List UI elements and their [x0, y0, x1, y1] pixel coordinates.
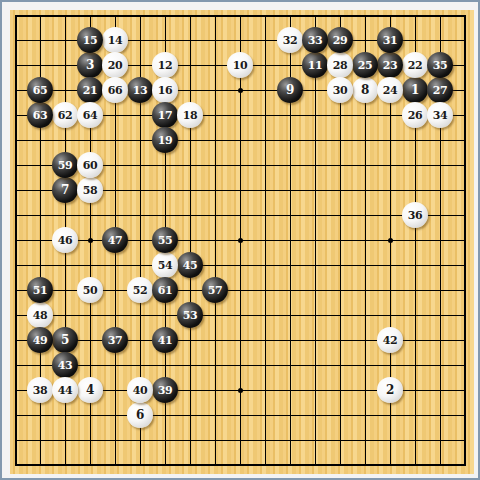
stone-black-49[interactable]: 49: [27, 327, 53, 353]
stone-white-28[interactable]: 28: [327, 52, 353, 78]
stone-black-9[interactable]: 9: [277, 77, 303, 103]
grid-line-horizontal: [15, 315, 466, 316]
stone-black-29[interactable]: 29: [327, 27, 353, 53]
stone-white-34[interactable]: 34: [427, 102, 453, 128]
stone-white-18[interactable]: 18: [177, 102, 203, 128]
stone-black-1[interactable]: 1: [402, 77, 428, 103]
stone-white-26[interactable]: 26: [402, 102, 428, 128]
grid-line-horizontal: [15, 464, 466, 466]
stone-black-17[interactable]: 17: [152, 102, 178, 128]
grid-line-vertical: [464, 15, 466, 466]
stone-white-14[interactable]: 14: [102, 27, 128, 53]
stone-white-32[interactable]: 32: [277, 27, 303, 53]
stone-black-51[interactable]: 51: [27, 277, 53, 303]
stone-black-31[interactable]: 31: [377, 27, 403, 53]
stone-white-46[interactable]: 46: [52, 227, 78, 253]
stone-black-15[interactable]: 15: [77, 27, 103, 53]
stone-black-5[interactable]: 5: [52, 327, 78, 353]
stone-black-21[interactable]: 21: [77, 77, 103, 103]
grid-line-vertical: [265, 15, 266, 466]
stone-black-61[interactable]: 61: [152, 277, 178, 303]
go-board[interactable]: 1234567891011121314151617181920212223242…: [10, 10, 474, 474]
stone-black-13[interactable]: 13: [127, 77, 153, 103]
star-point: [88, 238, 93, 243]
stone-white-44[interactable]: 44: [52, 377, 78, 403]
stone-black-7[interactable]: 7: [52, 177, 78, 203]
stone-black-65[interactable]: 65: [27, 77, 53, 103]
stone-black-33[interactable]: 33: [302, 27, 328, 53]
grid-line-horizontal: [15, 265, 466, 266]
stone-white-42[interactable]: 42: [377, 327, 403, 353]
stone-white-30[interactable]: 30: [327, 77, 353, 103]
grid-line-horizontal: [15, 440, 466, 441]
stone-black-47[interactable]: 47: [102, 227, 128, 253]
stone-white-66[interactable]: 66: [102, 77, 128, 103]
board-frame-band: 1234567891011121314151617181920212223242…: [2, 2, 478, 478]
stone-white-2[interactable]: 2: [377, 377, 403, 403]
stone-white-4[interactable]: 4: [77, 377, 103, 403]
stone-white-20[interactable]: 20: [102, 52, 128, 78]
stone-white-16[interactable]: 16: [152, 77, 178, 103]
stone-white-36[interactable]: 36: [402, 202, 428, 228]
stone-black-41[interactable]: 41: [152, 327, 178, 353]
stone-black-59[interactable]: 59: [52, 152, 78, 178]
stone-white-48[interactable]: 48: [27, 302, 53, 328]
stone-black-45[interactable]: 45: [177, 252, 203, 278]
stone-black-23[interactable]: 23: [377, 52, 403, 78]
stone-white-24[interactable]: 24: [377, 77, 403, 103]
stone-white-6[interactable]: 6: [127, 402, 153, 428]
star-point: [238, 238, 243, 243]
stone-black-35[interactable]: 35: [427, 52, 453, 78]
stone-white-54[interactable]: 54: [152, 252, 178, 278]
stone-white-60[interactable]: 60: [77, 152, 103, 178]
stone-white-38[interactable]: 38: [27, 377, 53, 403]
star-point: [388, 238, 393, 243]
stone-black-39[interactable]: 39: [152, 377, 178, 403]
stone-white-58[interactable]: 58: [77, 177, 103, 203]
star-point: [238, 88, 243, 93]
stone-white-40[interactable]: 40: [127, 377, 153, 403]
grid-line-vertical: [315, 15, 316, 466]
grid-line-horizontal: [15, 365, 466, 366]
stone-white-52[interactable]: 52: [127, 277, 153, 303]
stone-white-64[interactable]: 64: [77, 102, 103, 128]
stone-black-3[interactable]: 3: [77, 52, 103, 78]
stone-black-63[interactable]: 63: [27, 102, 53, 128]
stone-black-55[interactable]: 55: [152, 227, 178, 253]
grid-line-horizontal: [15, 415, 466, 416]
stone-white-62[interactable]: 62: [52, 102, 78, 128]
star-point: [238, 388, 243, 393]
stone-black-27[interactable]: 27: [427, 77, 453, 103]
stone-black-43[interactable]: 43: [52, 352, 78, 378]
stone-white-8[interactable]: 8: [352, 77, 378, 103]
stone-white-12[interactable]: 12: [152, 52, 178, 78]
stone-white-22[interactable]: 22: [402, 52, 428, 78]
stone-black-53[interactable]: 53: [177, 302, 203, 328]
stone-white-10[interactable]: 10: [227, 52, 253, 78]
stone-black-11[interactable]: 11: [302, 52, 328, 78]
stone-black-25[interactable]: 25: [352, 52, 378, 78]
stone-black-57[interactable]: 57: [202, 277, 228, 303]
stone-white-50[interactable]: 50: [77, 277, 103, 303]
stone-black-37[interactable]: 37: [102, 327, 128, 353]
stone-black-19[interactable]: 19: [152, 127, 178, 153]
board-frame-edge: 1234567891011121314151617181920212223242…: [0, 0, 480, 480]
